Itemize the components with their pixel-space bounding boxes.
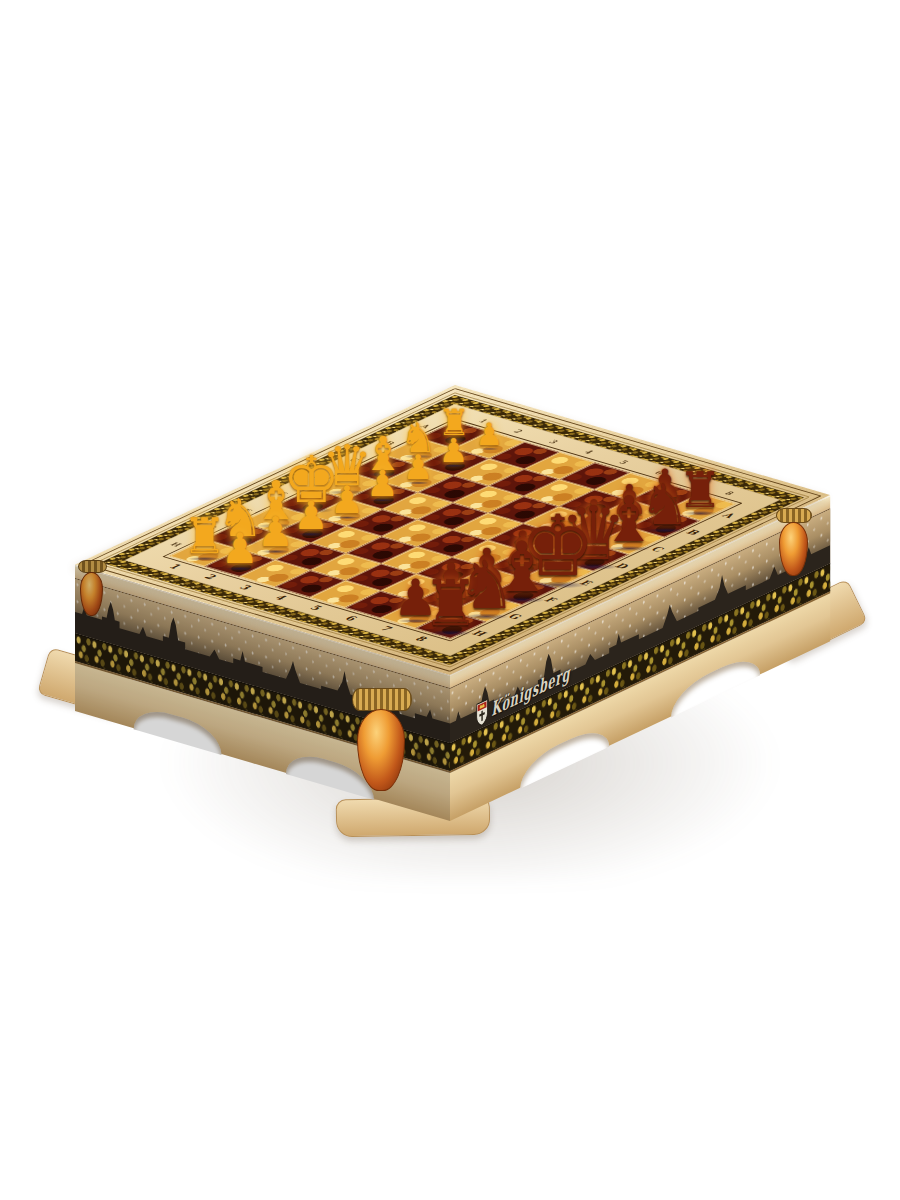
amber-chess-set-photo: Königsberg AABBCCDDEEFFGGHH1122334455667…: [0, 0, 900, 1200]
amber-drop: [357, 709, 405, 791]
brass-ring: [352, 688, 412, 711]
amber-pendant-icon: [776, 508, 810, 576]
brass-ring: [78, 560, 107, 573]
brass-ring: [776, 508, 812, 523]
amber-pendant-icon: [78, 560, 105, 616]
amber-drop: [779, 522, 808, 576]
amber-drop: [80, 572, 103, 616]
amber-pendant-icon: [352, 688, 410, 791]
